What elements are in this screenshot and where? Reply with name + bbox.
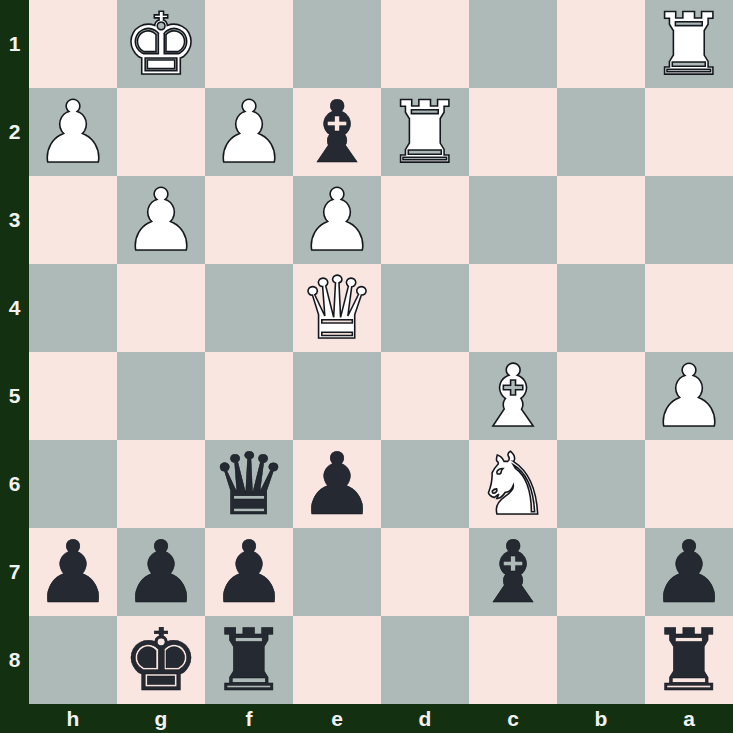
square-f1[interactable] bbox=[205, 0, 293, 88]
chess-board-frame: 12345678 ♚♜♟♟♝♜♟♟♛♝♟♛♟♞♟♟♟♝♟♚♜♜ hgfedcba bbox=[0, 0, 733, 733]
square-g6[interactable] bbox=[117, 440, 205, 528]
rank-labels: 12345678 bbox=[0, 0, 29, 704]
square-c4[interactable] bbox=[469, 264, 557, 352]
square-b5[interactable] bbox=[557, 352, 645, 440]
rank-label-8: 8 bbox=[0, 616, 29, 704]
square-g8[interactable]: ♚ bbox=[117, 616, 205, 704]
piece-white-pawn: ♟ bbox=[298, 176, 375, 264]
square-c7[interactable]: ♝ bbox=[469, 528, 557, 616]
square-h4[interactable] bbox=[29, 264, 117, 352]
square-b1[interactable] bbox=[557, 0, 645, 88]
square-h5[interactable] bbox=[29, 352, 117, 440]
square-a4[interactable] bbox=[645, 264, 733, 352]
square-g3[interactable]: ♟ bbox=[117, 176, 205, 264]
square-h6[interactable] bbox=[29, 440, 117, 528]
square-g7[interactable]: ♟ bbox=[117, 528, 205, 616]
piece-white-knight: ♞ bbox=[474, 440, 551, 528]
piece-white-rook: ♜ bbox=[386, 88, 463, 176]
piece-black-bishop: ♝ bbox=[298, 88, 375, 176]
square-d3[interactable] bbox=[381, 176, 469, 264]
square-c8[interactable] bbox=[469, 616, 557, 704]
piece-white-pawn: ♟ bbox=[34, 88, 111, 176]
square-e5[interactable] bbox=[293, 352, 381, 440]
square-f4[interactable] bbox=[205, 264, 293, 352]
square-d1[interactable] bbox=[381, 0, 469, 88]
piece-black-pawn: ♟ bbox=[650, 528, 727, 616]
square-f2[interactable]: ♟ bbox=[205, 88, 293, 176]
file-label-d: d bbox=[381, 704, 469, 733]
piece-white-pawn: ♟ bbox=[210, 88, 287, 176]
file-labels: hgfedcba bbox=[29, 704, 733, 733]
piece-black-queen: ♛ bbox=[210, 440, 287, 528]
square-h2[interactable]: ♟ bbox=[29, 88, 117, 176]
square-d2[interactable]: ♜ bbox=[381, 88, 469, 176]
piece-black-pawn: ♟ bbox=[122, 528, 199, 616]
square-f7[interactable]: ♟ bbox=[205, 528, 293, 616]
square-e2[interactable]: ♝ bbox=[293, 88, 381, 176]
file-label-g: g bbox=[117, 704, 205, 733]
rank-label-5: 5 bbox=[0, 352, 29, 440]
rank-label-7: 7 bbox=[0, 528, 29, 616]
square-g4[interactable] bbox=[117, 264, 205, 352]
square-h7[interactable]: ♟ bbox=[29, 528, 117, 616]
square-d6[interactable] bbox=[381, 440, 469, 528]
square-a5[interactable]: ♟ bbox=[645, 352, 733, 440]
square-d8[interactable] bbox=[381, 616, 469, 704]
square-d7[interactable] bbox=[381, 528, 469, 616]
square-f3[interactable] bbox=[205, 176, 293, 264]
square-b2[interactable] bbox=[557, 88, 645, 176]
square-b3[interactable] bbox=[557, 176, 645, 264]
rank-label-1: 1 bbox=[0, 0, 29, 88]
file-label-c: c bbox=[469, 704, 557, 733]
square-a2[interactable] bbox=[645, 88, 733, 176]
square-d4[interactable] bbox=[381, 264, 469, 352]
square-c3[interactable] bbox=[469, 176, 557, 264]
square-a8[interactable]: ♜ bbox=[645, 616, 733, 704]
piece-black-rook: ♜ bbox=[210, 616, 287, 704]
file-label-a: a bbox=[645, 704, 733, 733]
square-g2[interactable] bbox=[117, 88, 205, 176]
square-c1[interactable] bbox=[469, 0, 557, 88]
square-h3[interactable] bbox=[29, 176, 117, 264]
square-b7[interactable] bbox=[557, 528, 645, 616]
square-a1[interactable]: ♜ bbox=[645, 0, 733, 88]
square-g5[interactable] bbox=[117, 352, 205, 440]
piece-white-bishop: ♝ bbox=[474, 352, 551, 440]
square-d5[interactable] bbox=[381, 352, 469, 440]
square-c2[interactable] bbox=[469, 88, 557, 176]
piece-black-rook: ♜ bbox=[650, 616, 727, 704]
file-label-f: f bbox=[205, 704, 293, 733]
piece-white-pawn: ♟ bbox=[122, 176, 199, 264]
rank-label-2: 2 bbox=[0, 88, 29, 176]
piece-white-rook: ♜ bbox=[650, 0, 727, 88]
square-f8[interactable]: ♜ bbox=[205, 616, 293, 704]
file-label-b: b bbox=[557, 704, 645, 733]
file-label-h: h bbox=[29, 704, 117, 733]
square-e4[interactable]: ♛ bbox=[293, 264, 381, 352]
piece-black-pawn: ♟ bbox=[210, 528, 287, 616]
rank-label-4: 4 bbox=[0, 264, 29, 352]
piece-white-pawn: ♟ bbox=[650, 352, 727, 440]
square-e1[interactable] bbox=[293, 0, 381, 88]
piece-white-king: ♚ bbox=[122, 0, 199, 88]
square-e6[interactable]: ♟ bbox=[293, 440, 381, 528]
piece-black-king: ♚ bbox=[122, 616, 199, 704]
file-label-e: e bbox=[293, 704, 381, 733]
square-h1[interactable] bbox=[29, 0, 117, 88]
piece-black-bishop: ♝ bbox=[474, 528, 551, 616]
square-a6[interactable] bbox=[645, 440, 733, 528]
chess-board: ♚♜♟♟♝♜♟♟♛♝♟♛♟♞♟♟♟♝♟♚♜♜ bbox=[29, 0, 733, 704]
square-b6[interactable] bbox=[557, 440, 645, 528]
square-e8[interactable] bbox=[293, 616, 381, 704]
square-a7[interactable]: ♟ bbox=[645, 528, 733, 616]
square-a3[interactable] bbox=[645, 176, 733, 264]
piece-black-pawn: ♟ bbox=[34, 528, 111, 616]
square-c6[interactable]: ♞ bbox=[469, 440, 557, 528]
square-g1[interactable]: ♚ bbox=[117, 0, 205, 88]
piece-black-pawn: ♟ bbox=[298, 440, 375, 528]
square-b4[interactable] bbox=[557, 264, 645, 352]
square-f6[interactable]: ♛ bbox=[205, 440, 293, 528]
rank-label-3: 3 bbox=[0, 176, 29, 264]
square-e7[interactable] bbox=[293, 528, 381, 616]
square-e3[interactable]: ♟ bbox=[293, 176, 381, 264]
square-f5[interactable] bbox=[205, 352, 293, 440]
square-b8[interactable] bbox=[557, 616, 645, 704]
rank-label-6: 6 bbox=[0, 440, 29, 528]
square-h8[interactable] bbox=[29, 616, 117, 704]
square-c5[interactable]: ♝ bbox=[469, 352, 557, 440]
piece-white-queen: ♛ bbox=[298, 264, 375, 352]
